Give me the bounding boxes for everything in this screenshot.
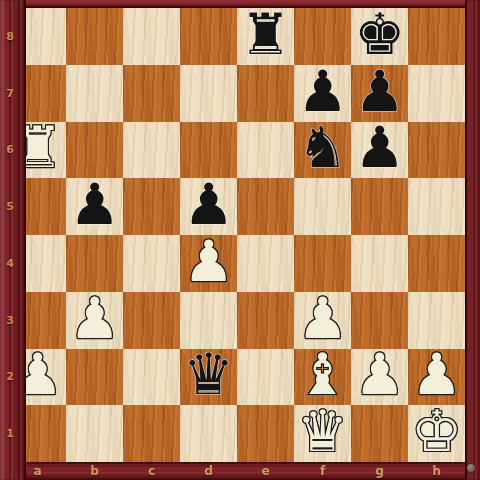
rank-label-8: 8 [3,8,17,65]
black-pawn-g6[interactable]: ♟ [354,119,405,176]
square-b8[interactable] [66,8,123,65]
black-pawn-d5[interactable]: ♟ [183,176,234,233]
square-h7[interactable] [408,65,465,122]
white-pawn-d4[interactable]: ♟ [183,233,234,290]
frame-corner-dot [467,464,475,472]
square-c5[interactable] [123,178,180,235]
square-h2[interactable]: ♟ [408,349,465,406]
square-f4[interactable] [294,235,351,292]
black-knight-f6[interactable]: ♞ [297,119,348,176]
square-f1[interactable]: ♛ [294,405,351,462]
square-e4[interactable] [237,235,294,292]
square-e8[interactable]: ♜ [237,8,294,65]
square-d2[interactable]: ♛ [180,349,237,406]
rank-label-7: 7 [3,65,17,122]
square-d7[interactable] [180,65,237,122]
square-f3[interactable]: ♟ [294,292,351,349]
black-pawn-f7[interactable]: ♟ [297,63,348,120]
square-b4[interactable] [66,235,123,292]
square-c7[interactable] [123,65,180,122]
square-c6[interactable] [123,122,180,179]
square-b7[interactable] [66,65,123,122]
square-b1[interactable] [66,405,123,462]
board-frame-top [0,0,480,8]
square-e3[interactable] [237,292,294,349]
file-label-g: g [351,464,408,478]
rank-label-1: 1 [3,405,17,462]
square-f8[interactable] [294,8,351,65]
square-b6[interactable] [66,122,123,179]
square-f7[interactable]: ♟ [294,65,351,122]
square-h3[interactable] [408,292,465,349]
square-e7[interactable] [237,65,294,122]
square-f2[interactable]: ♝ [294,349,351,406]
square-f6[interactable]: ♞ [294,122,351,179]
square-d8[interactable] [180,8,237,65]
square-d1[interactable] [180,405,237,462]
square-e1[interactable] [237,405,294,462]
square-g7[interactable]: ♟ [351,65,408,122]
file-label-h: h [408,464,465,478]
square-c1[interactable] [123,405,180,462]
file-label-f: f [294,464,351,478]
square-c8[interactable] [123,8,180,65]
file-label-a: a [9,464,66,478]
white-pawn-g2[interactable]: ♟ [354,346,405,403]
square-g2[interactable]: ♟ [351,349,408,406]
square-d5[interactable]: ♟ [180,178,237,235]
square-c4[interactable] [123,235,180,292]
square-b2[interactable] [66,349,123,406]
square-f5[interactable] [294,178,351,235]
black-queen-d2[interactable]: ♛ [183,346,234,403]
black-pawn-b5[interactable]: ♟ [69,176,120,233]
square-g5[interactable] [351,178,408,235]
black-king-g8[interactable]: ♚ [354,6,405,63]
square-c2[interactable] [123,349,180,406]
file-label-d: d [180,464,237,478]
square-h5[interactable] [408,178,465,235]
black-pawn-g7[interactable]: ♟ [354,63,405,120]
square-g1[interactable] [351,405,408,462]
square-e5[interactable] [237,178,294,235]
chess-board: ♜♚♟♟♜♞♟♟♟♟♟♟♟♛♝♟♟♛♚ [9,8,465,462]
square-d4[interactable]: ♟ [180,235,237,292]
white-queen-f1[interactable]: ♛ [297,403,348,460]
square-h1[interactable]: ♚ [408,405,465,462]
white-pawn-h2[interactable]: ♟ [411,346,462,403]
file-label-b: b [66,464,123,478]
square-h4[interactable] [408,235,465,292]
square-b5[interactable]: ♟ [66,178,123,235]
rank-label-4: 4 [3,235,17,292]
file-label-e: e [237,464,294,478]
square-g8[interactable]: ♚ [351,8,408,65]
board-frame-right [465,0,480,480]
square-h8[interactable] [408,8,465,65]
black-rook-e8[interactable]: ♜ [240,6,291,63]
file-label-c: c [123,464,180,478]
chess-board-window: ♜♚♟♟♜♞♟♟♟♟♟♟♟♛♝♟♟♛♚ 8 7 6 5 4 3 2 1 a b … [0,0,480,480]
square-e6[interactable] [237,122,294,179]
rank-label-3: 3 [3,292,17,349]
square-g3[interactable] [351,292,408,349]
square-d3[interactable] [180,292,237,349]
square-c3[interactable] [123,292,180,349]
square-g6[interactable]: ♟ [351,122,408,179]
square-b3[interactable]: ♟ [66,292,123,349]
rank-label-2: 2 [3,349,17,406]
rank-label-6: 6 [3,122,17,179]
white-bishop-f2[interactable]: ♝ [297,346,348,403]
square-h6[interactable] [408,122,465,179]
rank-label-5: 5 [3,178,17,235]
square-d6[interactable] [180,122,237,179]
square-g4[interactable] [351,235,408,292]
white-pawn-f3[interactable]: ♟ [297,290,348,347]
white-king-h1[interactable]: ♚ [411,403,462,460]
white-pawn-b3[interactable]: ♟ [69,290,120,347]
square-e2[interactable] [237,349,294,406]
